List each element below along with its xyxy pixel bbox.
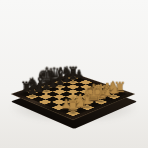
- scene-3d: ♜♞♟♝♟♛♟♚♟♝♟♞♟♟♜♟♟♜♟♟♞♟♝♟♛♟♚♟♝♟♞♜: [0, 0, 148, 148]
- chess-board[interactable]: ♜♞♟♝♟♛♟♚♟♝♟♞♟♟♜♟♟♜♟♟♞♟♝♟♛♟♚♟♝♟♞♜: [11, 73, 135, 120]
- chess-piece-black-p[interactable]: ♟: [22, 84, 42, 96]
- chess-piece-gold-r[interactable]: ♜: [62, 98, 84, 113]
- product-photo: ♜♞♟♝♟♛♟♚♟♝♟♞♟♟♜♟♟♜♟♟♞♟♝♟♛♟♚♟♝♟♞♜: [0, 0, 148, 148]
- pieces-layer: ♜♞♟♝♟♛♟♚♟♝♟♞♟♟♜♟♟♜♟♟♞♟♝♟♛♟♚♟♝♟♞♜: [11, 73, 135, 120]
